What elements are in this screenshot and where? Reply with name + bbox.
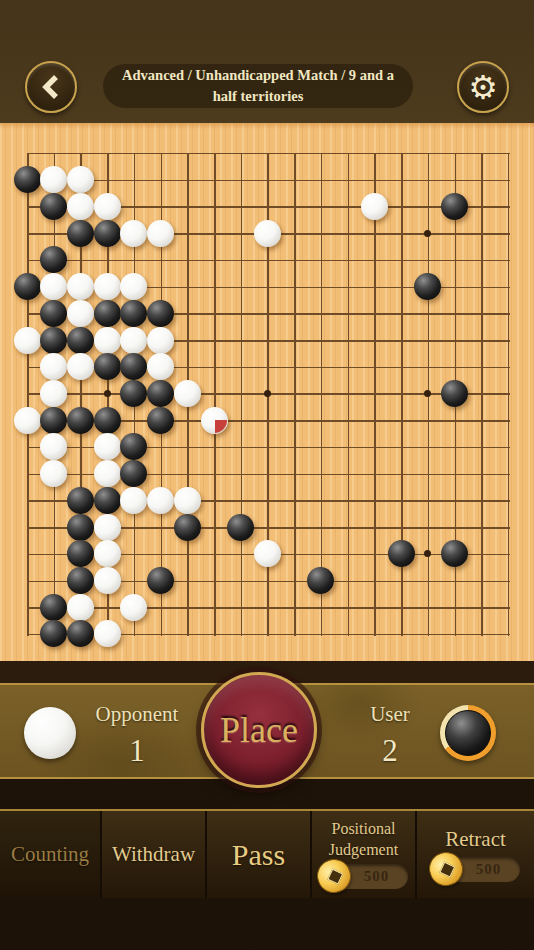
white-stone bbox=[120, 220, 147, 247]
white-stone bbox=[120, 327, 147, 354]
black-stone bbox=[67, 487, 94, 514]
black-stone bbox=[147, 300, 174, 327]
black-stone bbox=[94, 300, 121, 327]
place-button[interactable]: Place bbox=[201, 672, 317, 788]
black-stone bbox=[94, 220, 121, 247]
retract-button[interactable]: Retract 500 bbox=[417, 811, 534, 898]
positional-judgement-cost: 500 bbox=[346, 864, 408, 889]
retract-cost-pill: 500 bbox=[432, 857, 520, 882]
white-stone bbox=[94, 433, 121, 460]
user-capture-count: 2 bbox=[330, 733, 450, 769]
white-stone bbox=[94, 540, 121, 567]
place-button-label: Place bbox=[220, 709, 298, 751]
counting-button[interactable]: Counting bbox=[0, 811, 102, 898]
white-stone bbox=[94, 327, 121, 354]
back-button[interactable] bbox=[25, 61, 77, 113]
black-stone bbox=[67, 220, 94, 247]
user-black-stone-avatar bbox=[445, 710, 491, 756]
white-stone bbox=[174, 380, 201, 407]
white-stone bbox=[67, 166, 94, 193]
white-stone bbox=[120, 594, 147, 621]
black-stone bbox=[94, 407, 121, 434]
white-stone bbox=[94, 514, 121, 541]
last-move-marker bbox=[202, 408, 227, 433]
white-stone bbox=[40, 380, 67, 407]
match-title: Advanced / Unhandicapped Match / 9 and a… bbox=[103, 64, 413, 108]
black-stone bbox=[40, 300, 67, 327]
black-stone bbox=[147, 567, 174, 594]
pass-button[interactable]: Pass bbox=[207, 811, 312, 898]
black-stone bbox=[14, 273, 41, 300]
pass-label: Pass bbox=[232, 838, 285, 872]
opponent-capture-count: 1 bbox=[77, 733, 197, 769]
withdraw-label: Withdraw bbox=[112, 842, 195, 867]
white-stone bbox=[94, 193, 121, 220]
white-stone bbox=[147, 327, 174, 354]
go-board[interactable] bbox=[0, 123, 534, 661]
black-stone bbox=[147, 380, 174, 407]
white-stone bbox=[254, 220, 281, 247]
black-stone bbox=[40, 620, 67, 647]
white-stone bbox=[94, 620, 121, 647]
white-stone bbox=[94, 273, 121, 300]
white-stone bbox=[67, 353, 94, 380]
white-stone bbox=[147, 220, 174, 247]
black-stone bbox=[388, 540, 415, 567]
white-stone bbox=[67, 273, 94, 300]
chevron-left-icon bbox=[39, 73, 63, 101]
withdraw-button[interactable]: Withdraw bbox=[102, 811, 207, 898]
user-label: User bbox=[330, 702, 450, 727]
positional-judgement-cost-pill: 500 bbox=[320, 864, 408, 889]
white-stone bbox=[67, 193, 94, 220]
black-stone bbox=[67, 567, 94, 594]
positional-judgement-label-line1: Positional bbox=[331, 820, 395, 838]
white-stone bbox=[67, 594, 94, 621]
black-stone bbox=[40, 594, 67, 621]
white-stone bbox=[14, 327, 41, 354]
white-stone bbox=[147, 487, 174, 514]
settings-button[interactable]: ⚙ bbox=[457, 61, 509, 113]
star-point bbox=[104, 390, 111, 397]
turn-timer-ring bbox=[440, 705, 496, 761]
star-point bbox=[264, 390, 271, 397]
black-stone bbox=[40, 407, 67, 434]
black-stone bbox=[441, 380, 468, 407]
white-stone bbox=[361, 193, 388, 220]
white-stone bbox=[94, 567, 121, 594]
go-app-screen: Advanced / Unhandicapped Match / 9 and a… bbox=[0, 0, 534, 950]
black-stone bbox=[40, 327, 67, 354]
black-stone bbox=[174, 514, 201, 541]
black-stone bbox=[67, 620, 94, 647]
opponent-label: Opponent bbox=[77, 702, 197, 727]
black-stone bbox=[40, 193, 67, 220]
black-stone bbox=[94, 487, 121, 514]
white-stone bbox=[94, 460, 121, 487]
retract-cost: 500 bbox=[458, 857, 520, 882]
top-bar: Advanced / Unhandicapped Match / 9 and a… bbox=[0, 0, 534, 123]
retract-label: Retract bbox=[445, 827, 506, 852]
positional-judgement-button[interactable]: Positional Judgement 500 bbox=[312, 811, 417, 898]
black-stone bbox=[67, 327, 94, 354]
white-stone bbox=[14, 407, 41, 434]
action-bar: Counting Withdraw Pass Positional Judgem… bbox=[0, 809, 534, 898]
black-stone bbox=[94, 353, 121, 380]
white-stone bbox=[67, 300, 94, 327]
white-stone bbox=[201, 407, 228, 434]
black-stone bbox=[67, 514, 94, 541]
gear-icon: ⚙ bbox=[468, 71, 498, 104]
black-stone bbox=[14, 166, 41, 193]
black-stone bbox=[227, 514, 254, 541]
black-stone bbox=[441, 193, 468, 220]
black-stone bbox=[67, 407, 94, 434]
white-stone bbox=[174, 487, 201, 514]
opponent-white-stone-avatar bbox=[24, 707, 76, 759]
counting-label: Counting bbox=[11, 842, 89, 867]
black-stone bbox=[147, 407, 174, 434]
black-stone bbox=[120, 300, 147, 327]
positional-judgement-label-line2: Judgement bbox=[329, 841, 398, 859]
star-point bbox=[424, 230, 431, 237]
